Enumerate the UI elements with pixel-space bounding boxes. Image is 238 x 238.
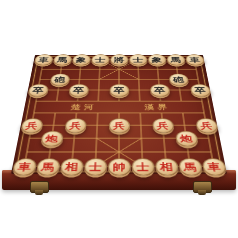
piece-red-soldier[interactable]: 兵 [20,118,44,133]
piece-black-elephant[interactable]: 象 [72,54,91,65]
piece-black-soldier[interactable]: 卒 [189,84,211,97]
piece-red-elephant[interactable]: 相 [154,158,178,175]
brass-clasp-left-icon [30,181,49,193]
piece-black-cannon[interactable]: 砲 [168,73,189,85]
piece-black-soldier[interactable]: 卒 [68,84,89,97]
piece-red-chariot[interactable]: 車 [201,158,227,175]
xiangqi-board: 楚 河 漢 界 車馬象士將士象馬車砲砲卒卒卒卒卒兵兵兵兵兵炮炮車馬相士帥士相馬車 [11,55,227,174]
piece-red-horse[interactable]: 馬 [178,158,203,175]
piece-red-cannon[interactable]: 炮 [175,131,199,146]
piece-red-soldier[interactable]: 兵 [152,118,174,133]
xiangqi-board-grid: 車馬象士將士象馬車砲砲卒卒卒卒卒兵兵兵兵兵炮炮車馬相士帥士相馬車 [11,55,227,174]
piece-black-soldier[interactable]: 卒 [109,84,129,97]
piece-red-advisor[interactable]: 士 [83,158,106,175]
piece-black-advisor[interactable]: 士 [129,54,148,65]
piece-black-advisor[interactable]: 士 [91,54,110,65]
piece-black-soldier[interactable]: 卒 [27,84,49,97]
piece-red-soldier[interactable]: 兵 [64,118,86,133]
piece-black-chariot[interactable]: 車 [33,54,53,65]
piece-black-soldier[interactable]: 卒 [149,84,170,97]
piece-black-horse[interactable]: 馬 [52,54,72,65]
piece-black-chariot[interactable]: 車 [185,54,205,65]
product-photo-xiangqi-set[interactable]: 楚 河 漢 界 車馬象士將士象馬車砲砲卒卒卒卒卒兵兵兵兵兵炮炮車馬相士帥士相馬車 [0,0,238,238]
brass-clasp-right-icon [193,181,212,193]
piece-red-elephant[interactable]: 相 [59,158,83,175]
piece-red-advisor[interactable]: 士 [131,158,154,175]
piece-black-horse[interactable]: 馬 [166,54,186,65]
piece-red-soldier[interactable]: 兵 [195,118,219,133]
piece-red-horse[interactable]: 馬 [35,158,60,175]
piece-red-chariot[interactable]: 車 [11,158,37,175]
piece-black-general[interactable]: 將 [110,54,128,65]
piece-black-cannon[interactable]: 砲 [49,73,70,85]
piece-red-general[interactable]: 帥 [107,158,130,175]
piece-red-cannon[interactable]: 炮 [40,131,64,146]
piece-red-soldier[interactable]: 兵 [108,118,129,133]
piece-black-elephant[interactable]: 象 [147,54,166,65]
